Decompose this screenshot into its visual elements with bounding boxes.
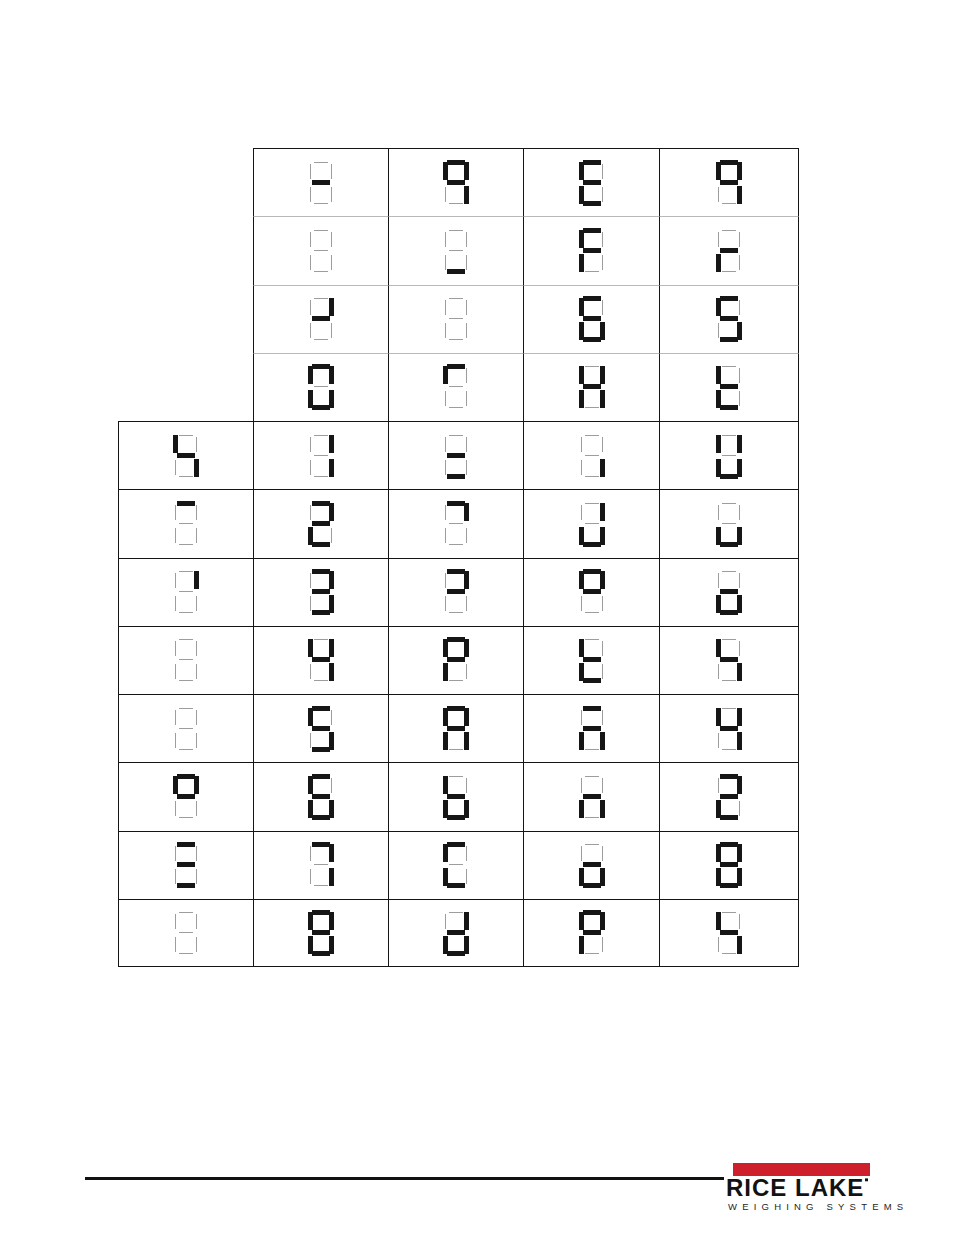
display-cell-r1c3 <box>388 148 523 216</box>
display-cell-r12c5 <box>659 899 799 967</box>
segment-b-lit <box>464 503 469 521</box>
display-cell-r8c3 <box>388 626 523 694</box>
segment-d-unlit <box>449 749 463 750</box>
segment-f-unlit <box>581 710 582 725</box>
segment-e-unlit <box>310 187 311 202</box>
logo-trademark-dot <box>865 1178 868 1181</box>
segment-a-unlit <box>179 435 193 436</box>
seven-segment-glyph <box>443 637 469 683</box>
display-cell-r2c5 <box>659 216 799 284</box>
seven-segment-glyph <box>716 706 742 752</box>
segment-e-lit <box>308 936 313 954</box>
segment-e-lit <box>716 595 721 613</box>
segment-b-unlit <box>739 368 740 383</box>
segment-c-unlit <box>196 801 197 816</box>
segment-e-lit <box>579 663 584 681</box>
display-cell-r7c1 <box>118 558 253 626</box>
segment-d-lit <box>720 405 738 410</box>
segment-b-lit <box>464 912 469 930</box>
logo-subtitle: WEIGHING SYSTEMS <box>728 1201 876 1212</box>
segment-b-unlit <box>466 778 467 793</box>
segment-c-lit <box>329 459 334 477</box>
display-cell-r6c4 <box>523 489 659 557</box>
display-cell-r8c2 <box>253 626 388 694</box>
segment-d-lit <box>720 542 738 547</box>
segment-a-lit <box>312 774 330 779</box>
segment-d-lit <box>447 883 465 888</box>
display-cell-r3c2 <box>253 285 388 353</box>
segment-a-lit <box>312 842 330 847</box>
segment-a-unlit <box>722 366 736 367</box>
segment-f-unlit <box>445 232 446 247</box>
segment-d-unlit <box>314 476 328 477</box>
segment-e-unlit <box>175 664 176 679</box>
segment-c-unlit <box>602 255 603 270</box>
segment-c-unlit <box>331 528 332 543</box>
display-cell-r1c2 <box>253 148 388 216</box>
display-cell-r9c3 <box>388 694 523 762</box>
segment-d-unlit <box>179 476 193 477</box>
segment-b-lit <box>600 503 605 521</box>
segment-g-lit <box>720 248 738 253</box>
segment-e-unlit <box>581 460 582 475</box>
seven-segment-glyph <box>443 706 469 752</box>
segment-b-lit <box>600 571 605 589</box>
segment-b-lit <box>464 639 469 657</box>
segment-g-unlit <box>314 455 328 456</box>
segment-b-unlit <box>739 573 740 588</box>
segment-g-lit <box>583 930 601 935</box>
segment-b-unlit <box>196 914 197 929</box>
segment-a-lit <box>447 637 465 642</box>
segment-a-lit <box>447 842 465 847</box>
segment-d-unlit <box>585 407 599 408</box>
display-cell-r7c2 <box>253 558 388 626</box>
seven-segment-glyph <box>173 842 199 888</box>
segment-a-lit <box>312 501 330 506</box>
segment-d-unlit <box>585 817 599 818</box>
segment-g-unlit <box>314 250 328 251</box>
display-cell-r5c4 <box>523 421 659 489</box>
display-cell-r9c2 <box>253 694 388 762</box>
segment-e-unlit <box>175 869 176 884</box>
segment-f-lit <box>716 435 721 453</box>
segment-c-unlit <box>331 187 332 202</box>
segment-a-unlit <box>585 435 599 436</box>
segment-d-unlit <box>179 680 193 681</box>
segment-d-lit <box>583 542 601 547</box>
segment-f-unlit <box>445 437 446 452</box>
segment-f-unlit <box>175 505 176 520</box>
segment-a-lit <box>177 774 195 779</box>
segment-b-lit <box>329 435 334 453</box>
segment-b-lit <box>194 776 199 794</box>
segment-g-unlit <box>449 523 463 524</box>
segment-d-unlit <box>585 953 599 954</box>
display-cell-r11c5 <box>659 831 799 899</box>
segment-d-unlit <box>449 612 463 613</box>
segment-e-lit <box>579 254 584 272</box>
segment-e-unlit <box>175 460 176 475</box>
void-area <box>118 148 253 216</box>
segment-a-lit <box>720 774 738 779</box>
segment-b-lit <box>329 639 334 657</box>
segment-b-unlit <box>466 368 467 383</box>
seven-segment-glyph <box>308 637 334 683</box>
segment-d-lit <box>447 815 465 820</box>
segment-f-lit <box>308 776 313 794</box>
segment-c-unlit <box>196 664 197 679</box>
segment-c-lit <box>194 459 199 477</box>
segment-f-lit <box>579 162 584 180</box>
segment-f-lit <box>716 844 721 862</box>
segment-e-unlit <box>718 187 719 202</box>
segment-g-lit <box>447 657 465 662</box>
segment-c-unlit <box>466 596 467 611</box>
segment-d-lit <box>720 474 738 479</box>
segment-b-unlit <box>466 300 467 315</box>
display-cell-r6c2 <box>253 489 388 557</box>
segment-f-lit <box>443 708 448 726</box>
segment-f-unlit <box>445 573 446 588</box>
seven-segment-glyph <box>579 706 605 752</box>
segment-c-unlit <box>196 937 197 952</box>
segment-a-lit <box>583 706 601 711</box>
seven-segment-glyph <box>308 842 334 888</box>
segment-d-unlit <box>722 749 736 750</box>
segment-f-lit <box>716 298 721 316</box>
segment-e-unlit <box>445 528 446 543</box>
segment-e-unlit <box>310 460 311 475</box>
segment-a-unlit <box>449 776 463 777</box>
segment-f-lit <box>308 912 313 930</box>
segment-e-lit <box>716 459 721 477</box>
segment-d-lit <box>720 815 738 820</box>
seven-segment-glyph <box>716 364 742 410</box>
segment-f-unlit <box>445 300 446 315</box>
segment-b-lit <box>737 844 742 862</box>
segment-d-lit <box>583 883 601 888</box>
segment-g-lit <box>720 862 738 867</box>
seven-segment-glyph <box>716 637 742 683</box>
segment-b-lit <box>737 708 742 726</box>
segment-d-lit <box>583 337 601 342</box>
segment-c-unlit <box>466 323 467 338</box>
segment-b-unlit <box>196 505 197 520</box>
segment-b-lit <box>737 435 742 453</box>
display-cell-r4c4 <box>523 353 659 421</box>
seven-segment-glyph <box>716 774 742 820</box>
segment-d-unlit <box>314 885 328 886</box>
segment-f-lit <box>716 366 721 384</box>
segment-g-unlit <box>179 591 193 592</box>
segment-f-unlit <box>310 437 311 452</box>
segment-f-unlit <box>310 846 311 861</box>
display-cell-r8c4 <box>523 626 659 694</box>
segment-e-lit <box>716 868 721 886</box>
segment-g-lit <box>312 657 330 662</box>
segment-g-lit <box>720 589 738 594</box>
segment-a-lit <box>583 296 601 301</box>
segment-e-lit <box>716 527 721 545</box>
segment-f-lit <box>308 708 313 726</box>
segment-b-lit <box>329 844 334 862</box>
segment-c-lit <box>737 186 742 204</box>
segment-d-lit <box>583 201 601 206</box>
segment-g-lit <box>583 248 601 253</box>
segment-f-unlit <box>718 778 719 793</box>
display-cell-r4c2 <box>253 353 388 421</box>
segment-g-lit <box>177 862 195 867</box>
segment-b-unlit <box>331 164 332 179</box>
segment-d-lit <box>447 474 465 479</box>
segment-b-lit <box>600 366 605 384</box>
segment-a-unlit <box>722 503 736 504</box>
segment-f-lit <box>308 639 313 657</box>
segment-e-unlit <box>445 323 446 338</box>
segment-g-unlit <box>449 318 463 319</box>
segment-b-lit <box>464 571 469 589</box>
segment-f-unlit <box>581 846 582 861</box>
segment-d-lit <box>312 610 330 615</box>
seven-segment-glyph <box>308 910 334 956</box>
display-cell-r4c5 <box>659 353 799 421</box>
seven-segment-glyph <box>579 637 605 683</box>
seven-segment-glyph <box>173 501 199 547</box>
segment-f-unlit <box>445 914 446 929</box>
segment-a-lit <box>447 706 465 711</box>
segment-b-unlit <box>602 641 603 656</box>
segment-f-lit <box>716 639 721 657</box>
segment-e-lit <box>308 390 313 408</box>
segment-c-unlit <box>331 255 332 270</box>
segment-e-lit <box>716 254 721 272</box>
display-cell-r2c4 <box>523 216 659 284</box>
segment-g-unlit <box>314 386 328 387</box>
segment-f-unlit <box>310 505 311 520</box>
seven-segment-glyph <box>173 910 199 956</box>
segment-e-lit <box>579 732 584 750</box>
seven-segment-glyph <box>579 569 605 615</box>
segment-a-unlit <box>722 571 736 572</box>
segment-c-lit <box>329 868 334 886</box>
seven-segment-glyph <box>716 296 742 342</box>
segment-d-lit <box>177 883 195 888</box>
segment-a-unlit <box>449 230 463 231</box>
segment-d-unlit <box>179 817 193 818</box>
segment-c-unlit <box>602 187 603 202</box>
segment-a-lit <box>312 364 330 369</box>
seven-segment-glyph <box>716 501 742 547</box>
segment-b-unlit <box>196 641 197 656</box>
segment-a-lit <box>177 842 195 847</box>
segment-c-unlit <box>331 323 332 338</box>
seven-segment-glyph <box>716 160 742 206</box>
segment-f-unlit <box>581 778 582 793</box>
segment-b-unlit <box>331 710 332 725</box>
segment-d-unlit <box>314 271 328 272</box>
seven-segment-glyph <box>579 296 605 342</box>
display-cell-r8c1 <box>118 626 253 694</box>
segment-d-lit <box>720 337 738 342</box>
segment-g-lit <box>720 180 738 185</box>
seven-segment-glyph <box>173 706 199 752</box>
segment-e-unlit <box>175 733 176 748</box>
segment-a-lit <box>720 842 738 847</box>
segment-c-unlit <box>196 733 197 748</box>
segment-f-lit <box>579 639 584 657</box>
seven-segment-glyph <box>579 774 605 820</box>
segment-f-unlit <box>175 846 176 861</box>
segment-a-lit <box>447 569 465 574</box>
segment-d-unlit <box>314 339 328 340</box>
logo-name-text: RICE LAKE <box>726 1175 864 1201</box>
segment-d-unlit <box>179 544 193 545</box>
segment-g-unlit <box>179 728 193 729</box>
segment-f-lit <box>579 571 584 589</box>
segment-a-unlit <box>722 435 736 436</box>
display-cell-r9c4 <box>523 694 659 762</box>
display-cell-r11c1 <box>118 831 253 899</box>
segment-g-unlit <box>585 455 599 456</box>
segment-b-lit <box>329 571 334 589</box>
segment-g-lit <box>583 180 601 185</box>
segment-e-unlit <box>310 733 311 748</box>
display-cell-r2c2 <box>253 216 388 284</box>
segment-e-unlit <box>445 391 446 406</box>
segment-c-lit <box>329 663 334 681</box>
segment-g-lit <box>312 316 330 321</box>
segment-c-unlit <box>739 255 740 270</box>
seven-segment-glyph <box>443 501 469 547</box>
segment-c-unlit <box>602 596 603 611</box>
display-cell-r6c5 <box>659 489 799 557</box>
segment-c-unlit <box>466 528 467 543</box>
display-cell-r11c2 <box>253 831 388 899</box>
seven-segment-glyph <box>443 160 469 206</box>
display-cell-r1c5 <box>659 148 799 216</box>
segment-e-unlit <box>445 596 446 611</box>
segment-g-lit <box>583 862 601 867</box>
void-area <box>118 353 253 421</box>
seven-segment-glyph <box>308 706 334 752</box>
segment-f-lit <box>443 844 448 862</box>
seven-segment-glyph <box>308 228 334 274</box>
segment-g-unlit <box>449 386 463 387</box>
display-cell-r12c4 <box>523 899 659 967</box>
display-cell-r2c3 <box>388 216 523 284</box>
display-cell-r4c3 <box>388 353 523 421</box>
segment-e-unlit <box>718 937 719 952</box>
segment-d-unlit <box>449 544 463 545</box>
seven-segment-glyph <box>716 569 742 615</box>
segment-b-lit <box>737 776 742 794</box>
segment-d-unlit <box>722 953 736 954</box>
segment-b-unlit <box>331 778 332 793</box>
segment-a-unlit <box>722 912 736 913</box>
segment-d-unlit <box>314 203 328 204</box>
segment-e-lit <box>579 868 584 886</box>
seven-segment-glyph <box>579 160 605 206</box>
segment-d-unlit <box>722 203 736 204</box>
segment-g-lit <box>720 794 738 799</box>
seven-segment-glyph <box>173 774 199 820</box>
segment-b-lit <box>464 162 469 180</box>
segment-c-unlit <box>739 801 740 816</box>
segment-d-lit <box>583 678 601 683</box>
segment-g-unlit <box>585 523 599 524</box>
segment-a-lit <box>720 160 738 165</box>
segment-e-lit <box>443 868 448 886</box>
segment-a-lit <box>312 569 330 574</box>
segment-f-unlit <box>718 573 719 588</box>
segment-d-unlit <box>585 749 599 750</box>
segment-b-unlit <box>739 641 740 656</box>
display-cell-r7c4 <box>523 558 659 626</box>
seven-segment-glyph <box>443 433 469 479</box>
display-cell-r6c3 <box>388 489 523 557</box>
segment-g-lit <box>583 316 601 321</box>
segment-g-lit <box>583 589 601 594</box>
seven-segment-glyph <box>173 433 199 479</box>
segment-d-unlit <box>449 680 463 681</box>
segment-d-unlit <box>722 680 736 681</box>
void-area <box>118 216 253 284</box>
segment-a-unlit <box>449 298 463 299</box>
segment-f-lit <box>579 230 584 248</box>
segment-e-lit <box>579 186 584 204</box>
segment-g-unlit <box>449 864 463 865</box>
segment-g-unlit <box>179 523 193 524</box>
segment-d-unlit <box>179 749 193 750</box>
seven-segment-glyph <box>716 842 742 888</box>
segment-e-lit <box>579 527 584 545</box>
segment-c-lit <box>600 800 605 818</box>
manual-page: RICE LAKE WEIGHING SYSTEMS <box>0 0 954 1235</box>
segment-b-unlit <box>602 710 603 725</box>
segment-g-lit <box>312 589 330 594</box>
display-cell-r7c3 <box>388 558 523 626</box>
segment-e-lit <box>443 663 448 681</box>
segment-f-lit <box>716 162 721 180</box>
segment-e-unlit <box>175 596 176 611</box>
display-cell-r5c1 <box>118 421 253 489</box>
segment-g-lit <box>720 316 738 321</box>
segment-c-unlit <box>602 937 603 952</box>
segment-b-unlit <box>602 232 603 247</box>
segment-g-unlit <box>314 864 328 865</box>
segment-g-lit <box>720 657 738 662</box>
segment-a-unlit <box>314 435 328 436</box>
segment-b-unlit <box>331 232 332 247</box>
seven-segment-glyph <box>579 364 605 410</box>
seven-segment-glyph <box>579 842 605 888</box>
segment-e-unlit <box>581 596 582 611</box>
segment-c-unlit <box>739 391 740 406</box>
seven-segment-glyph <box>308 569 334 615</box>
segment-g-lit <box>447 589 465 594</box>
segment-b-unlit <box>466 232 467 247</box>
segment-d-unlit <box>449 407 463 408</box>
segment-b-unlit <box>739 300 740 315</box>
segment-e-lit <box>443 732 448 750</box>
segment-a-lit <box>583 160 601 165</box>
display-cell-r10c2 <box>253 762 388 830</box>
seven-segment-glyph <box>579 433 605 479</box>
segment-c-lit <box>600 390 605 408</box>
display-cell-r1c4 <box>523 148 659 216</box>
segment-g-lit <box>447 930 465 935</box>
